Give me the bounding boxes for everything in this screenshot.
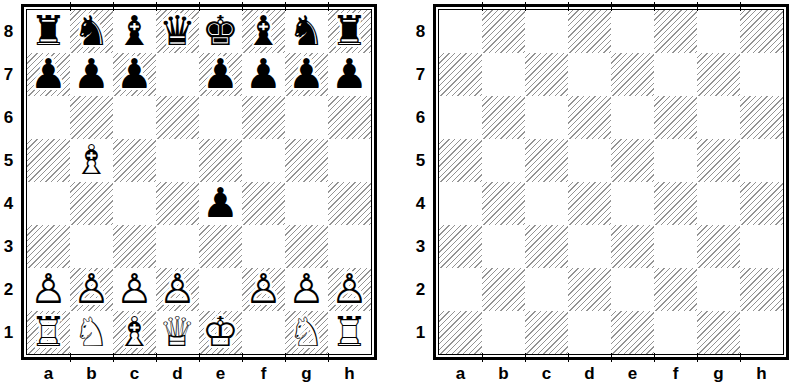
square-e4[interactable]: ♟ <box>199 182 242 225</box>
square-d2[interactable] <box>568 268 611 311</box>
square-h8[interactable]: ♜ <box>328 10 371 53</box>
piece-white-pawn-f2[interactable]: ♙ <box>242 268 285 311</box>
square-c7[interactable]: ♟ <box>113 53 156 96</box>
square-g7[interactable]: ♟ <box>285 53 328 96</box>
square-b7[interactable] <box>482 53 525 96</box>
file-label-a: a <box>27 361 70 387</box>
piece-white-knight-b1[interactable]: ♘ <box>70 311 113 354</box>
rank-label-1: 1 <box>0 311 17 354</box>
square-a8[interactable]: ♜ <box>27 10 70 53</box>
square-a2[interactable]: ♙ <box>27 268 70 311</box>
square-g8[interactable] <box>697 10 740 53</box>
piece-white-bishop-b5[interactable]: ♗ <box>70 139 113 182</box>
file-label-f: f <box>242 361 285 387</box>
square-c6[interactable] <box>525 96 568 139</box>
square-b6[interactable] <box>482 96 525 139</box>
square-g4[interactable] <box>285 182 328 225</box>
rank-label-7: 7 <box>412 53 429 96</box>
square-c5[interactable] <box>113 139 156 182</box>
square-g6[interactable] <box>285 96 328 139</box>
square-f2[interactable] <box>654 268 697 311</box>
file-label-h: h <box>740 361 783 387</box>
square-c4[interactable] <box>525 182 568 225</box>
square-h6[interactable] <box>328 96 371 139</box>
piece-black-pawn-g7[interactable]: ♟ <box>285 53 328 96</box>
rank-label-7: 7 <box>0 53 17 96</box>
piece-black-king-e8[interactable]: ♚ <box>199 10 242 53</box>
piece-black-queen-d8[interactable]: ♛ <box>156 10 199 53</box>
square-g5[interactable] <box>697 139 740 182</box>
rank-label-3: 3 <box>412 225 429 268</box>
square-a5[interactable] <box>439 139 482 182</box>
square-e7[interactable] <box>611 53 654 96</box>
position-board-file-labels: abcdefgh <box>21 361 377 387</box>
position-board-frame: ♜♞♝♛♚♝♞♜♟♟♟♟♟♟♟♗♟♙♙♙♙♙♙♙♖♘♗♕♔♘♖ <box>21 4 377 360</box>
grid-tick <box>740 2 741 11</box>
piece-black-pawn-a7[interactable]: ♟ <box>27 53 70 96</box>
square-f4[interactable] <box>654 182 697 225</box>
square-h5[interactable] <box>740 139 783 182</box>
file-label-a: a <box>439 361 482 387</box>
square-g1[interactable] <box>697 311 740 354</box>
piece-white-pawn-d2[interactable]: ♙ <box>156 268 199 311</box>
square-a1[interactable] <box>439 311 482 354</box>
file-label-b: b <box>482 361 525 387</box>
square-e8[interactable]: ♚ <box>199 10 242 53</box>
piece-white-rook-h1[interactable]: ♖ <box>328 311 371 354</box>
square-g2[interactable] <box>697 268 740 311</box>
square-f4[interactable] <box>242 182 285 225</box>
square-e3[interactable] <box>611 225 654 268</box>
square-g8[interactable]: ♞ <box>285 10 328 53</box>
square-c8[interactable]: ♝ <box>113 10 156 53</box>
square-h3[interactable] <box>740 225 783 268</box>
square-b6[interactable] <box>70 96 113 139</box>
square-f3[interactable] <box>242 225 285 268</box>
square-a6[interactable] <box>439 96 482 139</box>
piece-white-knight-g1[interactable]: ♘ <box>285 311 328 354</box>
rank-label-3: 3 <box>0 225 17 268</box>
file-label-e: e <box>611 361 654 387</box>
square-d6[interactable] <box>156 96 199 139</box>
grid-tick <box>697 2 698 11</box>
square-e1[interactable]: ♔ <box>199 311 242 354</box>
square-d3[interactable] <box>156 225 199 268</box>
file-label-e: e <box>199 361 242 387</box>
piece-black-pawn-e7[interactable]: ♟ <box>199 53 242 96</box>
square-f2[interactable]: ♙ <box>242 268 285 311</box>
file-label-c: c <box>525 361 568 387</box>
square-e2[interactable] <box>199 268 242 311</box>
square-f7[interactable] <box>654 53 697 96</box>
square-b5[interactable]: ♗ <box>70 139 113 182</box>
square-d7[interactable] <box>568 53 611 96</box>
grid-tick <box>482 2 483 11</box>
square-a7[interactable] <box>439 53 482 96</box>
position-board-grid: ♜♞♝♛♚♝♞♜♟♟♟♟♟♟♟♗♟♙♙♙♙♙♙♙♖♘♗♕♔♘♖ <box>26 9 372 355</box>
file-label-d: d <box>156 361 199 387</box>
square-c3[interactable] <box>525 225 568 268</box>
square-h3[interactable] <box>328 225 371 268</box>
square-f8[interactable]: ♝ <box>242 10 285 53</box>
square-f5[interactable] <box>654 139 697 182</box>
square-h2[interactable]: ♙ <box>328 268 371 311</box>
square-d4[interactable] <box>568 182 611 225</box>
piece-black-pawn-c7[interactable]: ♟ <box>113 53 156 96</box>
square-b8[interactable]: ♞ <box>70 10 113 53</box>
square-a6[interactable] <box>27 96 70 139</box>
square-c7[interactable] <box>525 53 568 96</box>
square-g3[interactable] <box>697 225 740 268</box>
square-c1[interactable] <box>525 311 568 354</box>
piece-black-knight-b8[interactable]: ♞ <box>70 10 113 53</box>
square-g1[interactable]: ♘ <box>285 311 328 354</box>
piece-black-knight-g8[interactable]: ♞ <box>285 10 328 53</box>
square-e4[interactable] <box>611 182 654 225</box>
empty-board-frame <box>433 4 789 360</box>
square-g6[interactable] <box>697 96 740 139</box>
piece-black-bishop-c8[interactable]: ♝ <box>113 10 156 53</box>
empty-board-rank-labels: 87654321 <box>412 4 429 360</box>
square-e6[interactable] <box>611 96 654 139</box>
square-d5[interactable] <box>568 139 611 182</box>
square-c5[interactable] <box>525 139 568 182</box>
piece-white-pawn-c2[interactable]: ♙ <box>113 268 156 311</box>
square-g5[interactable] <box>285 139 328 182</box>
square-h1[interactable] <box>740 311 783 354</box>
square-a7[interactable]: ♟ <box>27 53 70 96</box>
piece-black-rook-h8[interactable]: ♜ <box>328 10 371 53</box>
piece-white-pawn-a2[interactable]: ♙ <box>27 268 70 311</box>
square-e6[interactable] <box>199 96 242 139</box>
square-b7[interactable]: ♟ <box>70 53 113 96</box>
grid-tick <box>242 2 243 11</box>
piece-black-pawn-b7[interactable]: ♟ <box>70 53 113 96</box>
square-d1[interactable] <box>568 311 611 354</box>
square-b5[interactable] <box>482 139 525 182</box>
square-b2[interactable] <box>482 268 525 311</box>
square-d8[interactable]: ♛ <box>156 10 199 53</box>
position-board-rank-labels: 87654321 <box>0 4 17 360</box>
square-f1[interactable] <box>654 311 697 354</box>
square-a8[interactable] <box>439 10 482 53</box>
square-d7[interactable] <box>156 53 199 96</box>
square-b8[interactable] <box>482 10 525 53</box>
grid-tick <box>199 2 200 11</box>
grid-tick <box>285 2 286 11</box>
rank-label-4: 4 <box>0 182 17 225</box>
grid-tick <box>525 2 526 11</box>
square-h4[interactable] <box>328 182 371 225</box>
square-e1[interactable] <box>611 311 654 354</box>
piece-white-pawn-h2[interactable]: ♙ <box>328 268 371 311</box>
piece-white-rook-a1[interactable]: ♖ <box>27 311 70 354</box>
square-f3[interactable] <box>654 225 697 268</box>
grid-tick <box>156 2 157 11</box>
file-label-d: d <box>568 361 611 387</box>
piece-black-pawn-e4[interactable]: ♟ <box>199 182 242 225</box>
rank-label-8: 8 <box>412 10 429 53</box>
square-b4[interactable] <box>482 182 525 225</box>
square-d3[interactable] <box>568 225 611 268</box>
rank-label-8: 8 <box>0 10 17 53</box>
square-d1[interactable]: ♕ <box>156 311 199 354</box>
square-a1[interactable]: ♖ <box>27 311 70 354</box>
square-a5[interactable] <box>27 139 70 182</box>
square-b1[interactable]: ♘ <box>70 311 113 354</box>
rank-label-1: 1 <box>412 311 429 354</box>
rank-label-4: 4 <box>412 182 429 225</box>
square-h4[interactable] <box>740 182 783 225</box>
square-f6[interactable] <box>242 96 285 139</box>
grid-tick <box>568 2 569 11</box>
rank-label-5: 5 <box>412 139 429 182</box>
square-g4[interactable] <box>697 182 740 225</box>
piece-black-bishop-f8[interactable]: ♝ <box>242 10 285 53</box>
square-a3[interactable] <box>27 225 70 268</box>
piece-white-pawn-g2[interactable]: ♙ <box>285 268 328 311</box>
square-d2[interactable]: ♙ <box>156 268 199 311</box>
piece-white-pawn-b2[interactable]: ♙ <box>70 268 113 311</box>
square-h7[interactable] <box>740 53 783 96</box>
square-d8[interactable] <box>568 10 611 53</box>
square-f6[interactable] <box>654 96 697 139</box>
square-f1[interactable] <box>242 311 285 354</box>
square-c4[interactable] <box>113 182 156 225</box>
square-b2[interactable]: ♙ <box>70 268 113 311</box>
file-label-g: g <box>697 361 740 387</box>
grid-tick <box>328 2 329 11</box>
square-g7[interactable] <box>697 53 740 96</box>
rank-label-6: 6 <box>412 96 429 139</box>
square-c1[interactable]: ♗ <box>113 311 156 354</box>
square-h1[interactable]: ♖ <box>328 311 371 354</box>
rank-label-2: 2 <box>0 268 17 311</box>
square-e8[interactable] <box>611 10 654 53</box>
square-d4[interactable] <box>156 182 199 225</box>
square-f8[interactable] <box>654 10 697 53</box>
file-label-g: g <box>285 361 328 387</box>
square-d5[interactable] <box>156 139 199 182</box>
square-h6[interactable] <box>740 96 783 139</box>
square-e7[interactable]: ♟ <box>199 53 242 96</box>
grid-tick <box>611 2 612 11</box>
square-h2[interactable] <box>740 268 783 311</box>
square-b1[interactable] <box>482 311 525 354</box>
square-b3[interactable] <box>482 225 525 268</box>
grid-tick <box>113 2 114 11</box>
rank-label-6: 6 <box>0 96 17 139</box>
square-g2[interactable]: ♙ <box>285 268 328 311</box>
square-e3[interactable] <box>199 225 242 268</box>
square-c2[interactable]: ♙ <box>113 268 156 311</box>
piece-black-pawn-f7[interactable]: ♟ <box>242 53 285 96</box>
square-a4[interactable] <box>439 182 482 225</box>
file-label-f: f <box>654 361 697 387</box>
piece-black-pawn-h7[interactable]: ♟ <box>328 53 371 96</box>
square-b3[interactable] <box>70 225 113 268</box>
square-c8[interactable] <box>525 10 568 53</box>
piece-white-bishop-c1[interactable]: ♗ <box>113 311 156 354</box>
position-board: 87654321 ♜♞♝♛♚♝♞♜♟♟♟♟♟♟♟♗♟♙♙♙♙♙♙♙♖♘♗♕♔♘♖… <box>21 4 377 388</box>
empty-board-grid <box>438 9 784 355</box>
piece-white-king-e1[interactable]: ♔ <box>199 311 242 354</box>
piece-white-queen-d1[interactable]: ♕ <box>156 311 199 354</box>
grid-tick <box>654 2 655 11</box>
square-a3[interactable] <box>439 225 482 268</box>
file-label-b: b <box>70 361 113 387</box>
square-h7[interactable]: ♟ <box>328 53 371 96</box>
square-h5[interactable] <box>328 139 371 182</box>
square-g3[interactable] <box>285 225 328 268</box>
square-d6[interactable] <box>568 96 611 139</box>
rank-label-2: 2 <box>412 268 429 311</box>
square-a4[interactable] <box>27 182 70 225</box>
rank-label-5: 5 <box>0 139 17 182</box>
square-a2[interactable] <box>439 268 482 311</box>
square-c2[interactable] <box>525 268 568 311</box>
square-h8[interactable] <box>740 10 783 53</box>
square-e5[interactable] <box>611 139 654 182</box>
piece-black-rook-a8[interactable]: ♜ <box>27 10 70 53</box>
square-f5[interactable] <box>242 139 285 182</box>
square-e2[interactable] <box>611 268 654 311</box>
file-label-c: c <box>113 361 156 387</box>
square-c3[interactable] <box>113 225 156 268</box>
grid-tick <box>70 2 71 11</box>
file-label-h: h <box>328 361 371 387</box>
empty-board: 87654321 abcdefgh <box>433 4 789 388</box>
square-e5[interactable] <box>199 139 242 182</box>
square-c6[interactable] <box>113 96 156 139</box>
square-f7[interactable]: ♟ <box>242 53 285 96</box>
empty-board-file-labels: abcdefgh <box>433 361 789 387</box>
square-b4[interactable] <box>70 182 113 225</box>
